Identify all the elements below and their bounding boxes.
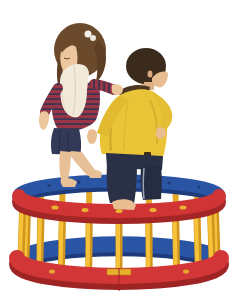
rim-stud bbox=[167, 181, 170, 184]
rim-oval-stud bbox=[116, 209, 123, 213]
hair-scrunchie bbox=[90, 35, 96, 41]
rim-oval-stud bbox=[82, 208, 89, 212]
rim-stud bbox=[197, 185, 200, 188]
photo-frame: Two young children walk barefoot along t… bbox=[0, 0, 236, 297]
pants-stripe bbox=[143, 168, 144, 199]
rim-oval-stud bbox=[183, 270, 189, 274]
boy-pants-right-leg bbox=[107, 165, 137, 204]
girl-skirt bbox=[51, 128, 81, 155]
rim-oval-stud bbox=[49, 270, 55, 274]
boy-nose bbox=[164, 73, 168, 77]
girl-left-sleeve bbox=[94, 84, 114, 90]
rim-oval-stud bbox=[150, 208, 157, 212]
girl-right-hand bbox=[39, 111, 49, 130]
rim-stud bbox=[137, 180, 140, 183]
rim-oval-stud bbox=[180, 206, 187, 210]
scene-photo bbox=[0, 0, 236, 297]
girl-back-leg bbox=[59, 151, 71, 180]
girl-front-foot bbox=[89, 170, 102, 178]
rim-oval-stud bbox=[52, 206, 59, 210]
rim-stud bbox=[77, 181, 80, 184]
boy-right-hand bbox=[87, 129, 97, 144]
boy-ear-icon bbox=[148, 71, 153, 78]
rim-stud bbox=[47, 184, 50, 187]
